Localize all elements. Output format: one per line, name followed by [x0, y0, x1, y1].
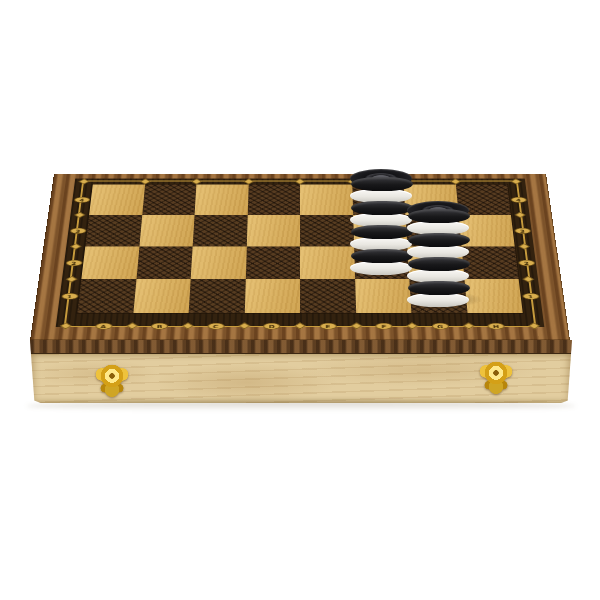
rank-label-3-left: 3 — [69, 228, 86, 234]
diamond-marker-icon — [450, 179, 460, 185]
diamond-marker-icon — [140, 179, 150, 185]
diamond-marker-icon — [66, 276, 77, 282]
diamond-marker-icon — [294, 323, 305, 330]
coordinate-layer: ABCDEFGH11223344 — [30, 174, 570, 340]
diamond-marker-icon — [407, 323, 418, 330]
diamond-marker-icon — [523, 276, 534, 282]
checker-piece-black[interactable] — [351, 225, 413, 239]
checker-piece-black[interactable] — [408, 281, 470, 295]
file-label-g: G — [431, 323, 448, 329]
rank-label-2-left: 2 — [65, 260, 82, 266]
diamond-marker-icon — [243, 179, 253, 185]
diamond-marker-icon — [515, 212, 526, 218]
brass-clasp-right-icon[interactable] — [478, 357, 514, 395]
file-label-e: E — [319, 323, 336, 329]
file-label-a: A — [95, 323, 113, 329]
checker-piece-white[interactable] — [407, 293, 469, 307]
brass-clasp-left-icon[interactable] — [94, 360, 130, 398]
diamond-marker-icon — [79, 179, 89, 185]
diamond-marker-icon — [126, 323, 137, 330]
file-label-b: B — [151, 323, 168, 329]
board-edge-strip — [30, 340, 572, 354]
diamond-marker-icon — [70, 243, 81, 249]
checker-piece-black[interactable] — [408, 257, 470, 271]
file-label-h: H — [487, 323, 505, 329]
diamond-marker-icon — [238, 323, 249, 330]
diamond-marker-icon — [350, 323, 361, 330]
checker-piece-black[interactable] — [351, 177, 413, 191]
checker-piece-black[interactable] — [351, 249, 413, 263]
checker-piece-black[interactable] — [408, 233, 470, 247]
rank-label-2-right: 2 — [518, 260, 535, 266]
checker-stack-g1[interactable] — [407, 209, 469, 305]
file-label-c: C — [207, 323, 224, 329]
diamond-marker-icon — [191, 179, 201, 185]
rank-label-4-left: 4 — [73, 197, 89, 203]
box-drop-shadow — [26, 401, 576, 411]
diamond-marker-icon — [182, 323, 193, 330]
rank-label-1-right: 1 — [522, 293, 539, 299]
rank-label-1-left: 1 — [61, 293, 78, 299]
file-label-f: F — [375, 323, 392, 329]
diamond-marker-icon — [519, 243, 530, 249]
diamond-marker-icon — [463, 323, 474, 330]
checker-piece-black[interactable] — [351, 201, 413, 215]
checker-stack-f2[interactable] — [350, 177, 412, 273]
game-board: ABCDEFGH11223344 — [30, 174, 570, 340]
diamond-marker-icon — [60, 323, 71, 330]
diamond-marker-icon — [295, 179, 305, 185]
diamond-marker-icon — [529, 323, 540, 330]
diamond-marker-icon — [74, 212, 85, 218]
board-scene: ABCDEFGH11223344 — [30, 172, 570, 340]
diamond-marker-icon — [511, 179, 521, 185]
rank-label-3-right: 3 — [514, 228, 531, 234]
file-label-d: D — [263, 323, 280, 329]
checker-piece-black[interactable] — [408, 209, 470, 223]
product-photo-canvas: ABCDEFGH11223344 — [0, 0, 600, 600]
checker-piece-white[interactable] — [350, 261, 412, 275]
rank-label-4-right: 4 — [510, 197, 526, 203]
